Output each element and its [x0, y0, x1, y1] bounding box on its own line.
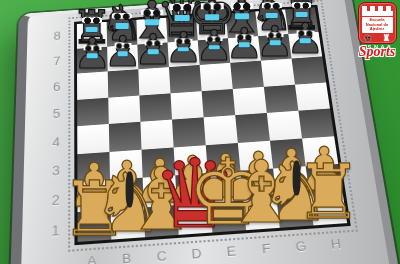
- googly-eyes: [296, 29, 314, 36]
- googly-eyes: [292, 2, 311, 10]
- logo-tagline: Sports: [356, 44, 398, 60]
- game-stage: 87654321 ABCDEFGH ♜♞♝♛♚♝♞♜♟♟♟♟♟♟♟♟♟♟♟♟♟♟…: [0, 0, 400, 264]
- square-g5[interactable]: [264, 84, 299, 113]
- rank-label-5: 5: [45, 99, 69, 128]
- bow-tie: [205, 14, 219, 20]
- bow-tie: [148, 49, 159, 54]
- bow-tie: [239, 43, 250, 48]
- bow-tie: [209, 45, 220, 50]
- bow-tie: [117, 51, 128, 56]
- square-a5[interactable]: [77, 97, 109, 126]
- bow-tie: [87, 54, 98, 59]
- rank-label-4: 4: [44, 127, 68, 157]
- piece-white-rook[interactable]: ♜: [294, 155, 362, 231]
- googly-eyes: [262, 1, 283, 9]
- rank-label-7: 7: [45, 47, 68, 74]
- square-f5[interactable]: [233, 86, 267, 115]
- bow-tie: [178, 47, 189, 52]
- square-b5[interactable]: [108, 95, 140, 124]
- square-c5[interactable]: [139, 93, 172, 122]
- googly-eyes: [144, 40, 162, 47]
- square-d5[interactable]: [170, 91, 203, 120]
- rook-silhouette-icon: ♜: [382, 34, 390, 43]
- rank-label-6: 6: [45, 73, 68, 101]
- bow-tie: [269, 41, 280, 46]
- logo-org-name: Escuela Nacional de Ajedrez: [362, 17, 393, 33]
- king-silhouette-icon: ♚: [364, 34, 372, 43]
- square-h5[interactable]: [295, 82, 330, 111]
- logo-badge: Escuela Nacional de Ajedrez ♚ ♜ ESNAJ: [358, 2, 397, 44]
- googly-eyes: [266, 31, 284, 38]
- castle-battlements-icon: [362, 6, 393, 16]
- square-e5[interactable]: [202, 89, 236, 118]
- googly-eyes: [175, 37, 193, 44]
- bow-tie: [300, 39, 311, 44]
- watermark-logo: Escuela Nacional de Ajedrez ♚ ♜ ESNAJ Sp…: [356, 2, 398, 60]
- googly-eyes: [114, 42, 132, 49]
- rank-label-8: 8: [46, 22, 69, 49]
- googly-eyes: [82, 16, 101, 24]
- logo-piece-silhouettes: ♚ ♜: [362, 34, 393, 43]
- piece-black-pawn[interactable]: ♟: [286, 19, 324, 61]
- googly-eyes: [205, 35, 223, 42]
- googly-eyes: [236, 33, 254, 40]
- googly-eyes: [84, 44, 102, 51]
